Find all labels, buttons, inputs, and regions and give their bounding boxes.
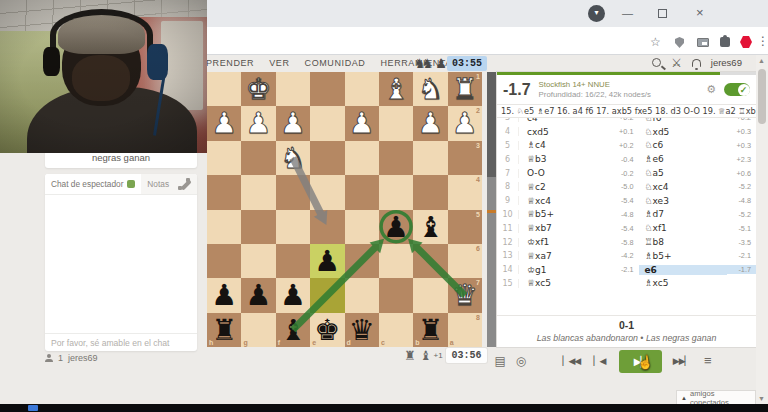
black-eval-6: +2.3: [727, 155, 756, 164]
square-b8[interactable]: ♜b: [413, 313, 447, 347]
black-move-9[interactable]: ♘xe3: [639, 196, 728, 206]
engine-header: -1.7 Stockfish 14+ NNUE Profundidad: 16/…: [497, 75, 756, 104]
square-b1[interactable]: ♞: [413, 72, 447, 106]
move-number: 10: [497, 210, 519, 219]
square-g2[interactable]: ♟: [241, 106, 275, 140]
last-move-highlight: [310, 278, 344, 312]
black-piece-h7[interactable]: ♟: [207, 278, 241, 312]
rank-label-5: 5: [476, 211, 480, 218]
square-c7[interactable]: [379, 278, 413, 312]
square-c4[interactable]: [379, 175, 413, 209]
square-a6[interactable]: 6: [448, 244, 482, 278]
mouse-hand-cursor: ☝: [636, 354, 654, 371]
move-number: 15: [497, 279, 519, 288]
square-d3[interactable]: [345, 141, 379, 175]
result-note: negras ganan: [92, 152, 150, 163]
eval-gauge: [487, 72, 496, 347]
eval-number: -1.7: [503, 81, 531, 99]
rank-label-8: 8: [476, 314, 480, 321]
crossed-swords-icon[interactable]: ⚔: [671, 58, 682, 68]
square-f6[interactable]: [276, 244, 310, 278]
chat-panel: Chat de espectador Notas Por favor, sé a…: [45, 174, 197, 351]
scrollbar-thumb[interactable]: [758, 69, 766, 124]
menu-item-comunidad[interactable]: COMUNIDAD: [305, 58, 366, 68]
rank-label-6: 6: [476, 245, 480, 252]
white-eval-10: -4.8: [610, 210, 639, 219]
square-c8[interactable]: c: [379, 313, 413, 347]
black-eval-3: +0.2: [727, 118, 756, 122]
square-f7[interactable]: ♟: [276, 278, 310, 312]
chat-placeholder: Por favor, sé amable en el chat: [51, 338, 169, 348]
white-eval-7: -0.2: [610, 169, 639, 178]
move-number: 12: [497, 238, 519, 247]
phone-icon[interactable]: [175, 174, 197, 194]
square-b3[interactable]: [413, 141, 447, 175]
black-move-13[interactable]: ♗b5+: [639, 251, 728, 261]
square-e8[interactable]: ♚e: [310, 313, 344, 347]
move-row-13: 13♕xa7-4.2♗b5+-2.1: [497, 249, 756, 263]
white-move-9[interactable]: ♕xc4: [519, 196, 610, 206]
black-eval-11: -5.1: [727, 224, 756, 233]
move-number: 5: [497, 141, 519, 150]
person-icon: [45, 354, 53, 362]
black-move-15[interactable]: ♗xc5: [639, 278, 728, 288]
square-h7[interactable]: ♟: [207, 278, 241, 312]
move-number: 13: [497, 251, 519, 260]
square-d7[interactable]: [345, 278, 379, 312]
move-row-6: 6♕b3-0.4♗e6+2.3: [497, 152, 756, 166]
result-text: Las blancas abandonaron • Las negras gan…: [497, 333, 756, 343]
engine-name: Stockfish 14+ NNUE: [539, 80, 699, 90]
webcam-vignette: [0, 0, 207, 153]
square-f8[interactable]: ♝f: [276, 313, 310, 347]
black-move-12[interactable]: ♖b8: [639, 237, 728, 247]
black-piece-f8[interactable]: ♝: [276, 313, 310, 347]
spectator-count: 1: [58, 353, 63, 363]
white-eval-11: -5.4: [610, 224, 639, 233]
black-move-3[interactable]: ♘f6: [639, 118, 728, 123]
gear-icon[interactable]: ⚙: [706, 84, 716, 95]
white-move-6[interactable]: ♕b3: [519, 154, 610, 164]
square-d1[interactable]: [345, 72, 379, 106]
move-row-9: 9♕xc4-5.4♘xe3-4.8: [497, 194, 756, 208]
spectator-name[interactable]: jeres69: [68, 353, 98, 363]
white-move-10[interactable]: ♕b5+: [519, 209, 610, 219]
square-b6[interactable]: [413, 244, 447, 278]
move-number: 4: [497, 127, 519, 136]
square-c1[interactable]: ♝: [379, 72, 413, 106]
rank-label-1: 1: [476, 73, 480, 80]
menu-item-prender[interactable]: PRENDER: [206, 58, 254, 68]
square-f3[interactable]: ♞: [276, 141, 310, 175]
move-number: 8: [497, 182, 519, 191]
engine-toggle-knob: ✓: [738, 84, 750, 96]
white-piece-f3[interactable]: ♞: [276, 141, 310, 175]
square-f2[interactable]: ♟: [276, 106, 310, 140]
black-move-7[interactable]: ♘a5: [639, 168, 728, 178]
white-piece-h2[interactable]: ♟: [207, 106, 241, 140]
captured-tray-white-player: ♞♞ ♟: [414, 56, 447, 71]
window-restore-button[interactable]: [658, 9, 667, 18]
engine-info: Stockfish 14+ NNUE Profundidad: 16/22, 4…: [539, 80, 699, 99]
square-c5[interactable]: ♟: [379, 210, 413, 244]
white-move-7[interactable]: O-O: [519, 168, 610, 178]
square-e5[interactable]: [310, 210, 344, 244]
square-d8[interactable]: ♛d: [345, 313, 379, 347]
white-move-12[interactable]: ♔xf1: [519, 237, 610, 247]
file-label-c: c: [381, 339, 385, 346]
first-move-button[interactable]: ▏◀◀: [557, 350, 585, 372]
square-h4[interactable]: [207, 175, 241, 209]
white-eval-6: -0.4: [610, 155, 639, 164]
file-label-a: a: [450, 339, 454, 346]
square-d6[interactable]: [345, 244, 379, 278]
friends-online-bar[interactable]: ▲ amigos conectados: [677, 391, 755, 404]
square-f1[interactable]: [276, 72, 310, 106]
move-row-7: 7O-O-0.2♘a5+0.6: [497, 166, 756, 180]
white-piece-d2[interactable]: ♟: [345, 106, 379, 140]
square-g6[interactable]: [241, 244, 275, 278]
chess-board-wrap: ♚♝♞♜1♟♟♟♟♟♟2♞34♟♝5♟6♟♟♟♛7♜hg♝f♚e♛dc♜b8a: [207, 72, 482, 347]
file-label-e: e: [312, 339, 316, 346]
square-a3[interactable]: 3: [448, 141, 482, 175]
black-move-4[interactable]: ♘xd5: [639, 127, 728, 137]
square-e2[interactable]: [310, 106, 344, 140]
square-d5[interactable]: [345, 210, 379, 244]
black-move-11[interactable]: ♘xf1: [639, 223, 728, 233]
chess-board[interactable]: ♚♝♞♜1♟♟♟♟♟♟2♞34♟♝5♟6♟♟♟♛7♜hg♝f♚e♛dc♜b8a: [207, 72, 482, 347]
result-block: 0-1 Las blancas abandonaron • Las negras…: [497, 315, 756, 347]
white-eval-3: +0.2: [610, 118, 639, 122]
browser-profile-button[interactable]: ▾: [588, 5, 605, 22]
square-g5[interactable]: [241, 210, 275, 244]
black-move-14[interactable]: e6: [639, 265, 728, 275]
square-b7[interactable]: [413, 278, 447, 312]
black-piece-g7[interactable]: ♟: [241, 278, 275, 312]
windows-taskbar: [0, 404, 768, 412]
rank-label-2: 2: [476, 107, 480, 114]
pv-text: 15. ♘e5 ♗e7 16. a4 f6 17. axb5 fxe5 18. …: [501, 106, 756, 116]
chat-messages-area: [45, 195, 197, 333]
picture-in-picture-icon[interactable]: [697, 38, 709, 47]
square-a8[interactable]: 8a: [448, 313, 482, 347]
square-g3[interactable]: [241, 141, 275, 175]
move-row-11: 11♕xb7-5.4♘xf1-5.1: [497, 221, 756, 235]
file-label-d: d: [347, 339, 351, 346]
black-eval-12: -3.5: [727, 238, 756, 247]
site-header-right: ⚔ jeres69: [652, 57, 742, 68]
black-eval-10: -5.2: [727, 210, 756, 219]
square-e6[interactable]: ♟: [310, 244, 344, 278]
window-minimize-button[interactable]: —: [622, 6, 633, 20]
black-eval-5: +0.3: [727, 141, 756, 150]
square-g7[interactable]: ♟: [241, 278, 275, 312]
move-row-10: 10♕b5+-4.8♗d7-5.2: [497, 208, 756, 222]
white-eval-8: -5.0: [610, 182, 639, 191]
file-label-b: b: [415, 339, 419, 346]
previous-move-button[interactable]: ▏◀: [585, 350, 613, 372]
tab-notes[interactable]: Notas: [141, 174, 175, 194]
principal-variation[interactable]: 15. ♘e5 ♗e7 16. a4 f6 17. axb5 fxe5 18. …: [497, 104, 756, 118]
white-eval-4: +0.1: [610, 127, 639, 136]
white-move-8[interactable]: ♕c2: [519, 182, 610, 192]
square-c6[interactable]: [379, 244, 413, 278]
bookmark-star-icon[interactable]: ☆: [650, 35, 661, 49]
move-number: 3: [497, 118, 519, 122]
black-move-8[interactable]: ♘xc4: [639, 182, 728, 192]
screenshot-root: ▾ — × ☆ ⋮ PRENDERVERCOMUNIDADHERRAMIENTA…: [0, 0, 768, 412]
white-move-11[interactable]: ♕xb7: [519, 223, 610, 233]
square-h2[interactable]: ♟: [207, 106, 241, 140]
collapse-triangle-icon: ▲: [681, 395, 687, 401]
white-move-14[interactable]: ♔g1: [519, 265, 610, 275]
black-eval-8: -5.2: [727, 182, 756, 191]
square-g1[interactable]: ♚: [241, 72, 275, 106]
rank-label-3: 3: [476, 142, 480, 149]
white-move-3[interactable]: c4: [519, 118, 610, 123]
square-a1[interactable]: ♜1: [448, 72, 482, 106]
tab-spectator-chat[interactable]: Chat de espectador: [45, 174, 141, 194]
square-f4[interactable]: [276, 175, 310, 209]
black-move-5[interactable]: ♘c6: [639, 140, 728, 150]
move-number: 11: [497, 224, 519, 233]
square-f5[interactable]: [276, 210, 310, 244]
square-e1[interactable]: [310, 72, 344, 106]
move-row-5: 5♗c4+0.2♘c6+0.3: [497, 139, 756, 153]
scrollbar-up-arrow[interactable]: ▲: [758, 57, 765, 64]
opening-book-icon[interactable]: ▤: [490, 350, 511, 372]
move-row-3: 3c4+0.2♘f6+0.2: [497, 118, 756, 125]
square-b2[interactable]: ♟: [413, 106, 447, 140]
webcam-overlay: [0, 0, 207, 153]
white-eval-9: -5.4: [610, 196, 639, 205]
notifications-bell-icon[interactable]: [692, 59, 701, 67]
white-eval-12: -5.8: [610, 238, 639, 247]
move-number: 6: [497, 155, 519, 164]
square-a7[interactable]: ♛7: [448, 278, 482, 312]
black-piece-e6[interactable]: ♟: [310, 244, 344, 278]
square-g8[interactable]: g: [241, 313, 275, 347]
square-g4[interactable]: [241, 175, 275, 209]
black-move-6[interactable]: ♗e6: [639, 154, 728, 164]
square-e4[interactable]: [310, 175, 344, 209]
window-close-button[interactable]: ×: [696, 6, 704, 20]
result-score: 0-1: [497, 319, 756, 331]
scrollbar-down-arrow[interactable]: ▼: [758, 395, 765, 402]
white-eval-14: -2.1: [610, 265, 639, 274]
square-a4[interactable]: 4: [448, 175, 482, 209]
search-icon[interactable]: [652, 58, 661, 67]
square-b4[interactable]: [413, 175, 447, 209]
white-move-15[interactable]: ♕xc5: [519, 278, 610, 288]
move-row-12: 12♔xf1-5.8♖b8-3.5: [497, 235, 756, 249]
captured-knights-icon: ♞♞: [414, 56, 429, 71]
move-number: 9: [497, 196, 519, 205]
white-move-5[interactable]: ♗c4: [519, 140, 610, 150]
chat-input[interactable]: Por favor, sé amable en el chat: [45, 333, 197, 351]
square-a5[interactable]: 5: [448, 210, 482, 244]
practice-target-icon[interactable]: ◎: [511, 350, 532, 372]
move-row-4: 4cxd5+0.1♘xd5+0.3: [497, 125, 756, 139]
eval-gauge-tick: [487, 210, 496, 213]
rank-label-7: 7: [476, 279, 480, 286]
black-piece-c5[interactable]: ♟: [379, 210, 413, 244]
move-number: 7: [497, 169, 519, 178]
square-c2[interactable]: [379, 106, 413, 140]
square-h6[interactable]: [207, 244, 241, 278]
black-eval-4: +0.3: [727, 127, 756, 136]
file-label-h: h: [209, 339, 213, 346]
taskbar-app-icon[interactable]: [28, 405, 38, 411]
header-username[interactable]: jeres69: [711, 57, 742, 68]
square-a2[interactable]: ♟2: [448, 106, 482, 140]
black-piece-b5[interactable]: ♝: [413, 210, 447, 244]
square-b5[interactable]: ♝: [413, 210, 447, 244]
move-list[interactable]: 3c4+0.2♘f6+0.24cxd5+0.1♘xd5+0.35♗c4+0.2♘…: [497, 118, 756, 315]
square-d2[interactable]: ♟: [345, 106, 379, 140]
white-eval-5: +0.2: [610, 141, 639, 150]
eval-gauge-black-part: [487, 72, 496, 177]
spectator-list: 1 jeres69: [45, 353, 98, 363]
white-move-13[interactable]: ♕xa7: [519, 251, 610, 261]
move-row-8: 8♕c2-5.0♘xc4-5.2: [497, 180, 756, 194]
white-piece-b2[interactable]: ♟: [413, 106, 447, 140]
analysis-menu-icon[interactable]: ≡: [696, 350, 720, 372]
square-h1[interactable]: [207, 72, 241, 106]
square-h3[interactable]: [207, 141, 241, 175]
black-eval-13: -2.1: [727, 251, 756, 260]
file-label-f: f: [278, 339, 280, 346]
square-e3[interactable]: [310, 141, 344, 175]
page-scrollbar[interactable]: ▲ ▼: [756, 55, 768, 404]
move-row-15: 15♕xc5♗xc5: [497, 277, 756, 291]
chat-tabs: Chat de espectador Notas: [45, 174, 197, 195]
chat-tab-label: Chat de espectador: [51, 179, 123, 189]
menu-item-ver[interactable]: VER: [269, 58, 289, 68]
browser-menu-icon[interactable]: ⋮: [757, 34, 768, 48]
last-move-button[interactable]: ▶▶▏: [668, 350, 696, 372]
white-piece-g1[interactable]: ♚: [241, 72, 275, 106]
engine-depth: Profundidad: 16/22, 42k nodes/s: [539, 90, 699, 100]
square-h8[interactable]: ♜h: [207, 313, 241, 347]
captured-rook-bishop-icons: ♜ ♝: [404, 348, 431, 363]
chat-sound-toggle[interactable]: [127, 180, 135, 188]
black-player-clock: 03:56: [446, 348, 487, 363]
move-row-14: 14♔g1-2.1e6-1.7: [497, 263, 756, 277]
playback-controls: ▤ ◎ ▏◀◀ ▏◀ ▶▏ ▶▶▏ ≡: [490, 349, 720, 373]
white-eval-13: -4.2: [610, 251, 639, 260]
square-h5[interactable]: [207, 210, 241, 244]
black-eval-9: -4.8: [727, 196, 756, 205]
black-piece-f7[interactable]: ♟: [276, 278, 310, 312]
white-piece-b1[interactable]: ♞: [413, 72, 447, 106]
black-eval-14: -1.7: [727, 265, 756, 274]
white-move-4[interactable]: cxd5: [519, 127, 610, 137]
square-e7[interactable]: [310, 278, 344, 312]
black-move-10[interactable]: ♗d7: [639, 209, 728, 219]
engine-toggle[interactable]: ✓: [724, 83, 750, 96]
rank-label-4: 4: [476, 176, 480, 183]
square-d4[interactable]: [345, 175, 379, 209]
material-advantage: +1: [433, 351, 442, 360]
square-c3[interactable]: [379, 141, 413, 175]
white-player-clock: 03:55: [447, 56, 487, 71]
move-number: 14: [497, 265, 519, 274]
black-eval-7: +0.6: [727, 169, 756, 178]
captured-tray-black-player: ♜ ♝ +1: [404, 348, 443, 363]
white-piece-c1[interactable]: ♝: [379, 72, 413, 106]
white-piece-g2[interactable]: ♟: [241, 106, 275, 140]
file-label-g: g: [243, 339, 247, 346]
white-piece-f2[interactable]: ♟: [276, 106, 310, 140]
notes-tab-label: Notas: [147, 179, 169, 189]
extensions-puzzle-icon[interactable]: [720, 37, 730, 47]
captured-pawn-icon: ♟: [435, 56, 447, 71]
analysis-panel: -1.7 Stockfish 14+ NNUE Profundidad: 16/…: [497, 72, 756, 347]
